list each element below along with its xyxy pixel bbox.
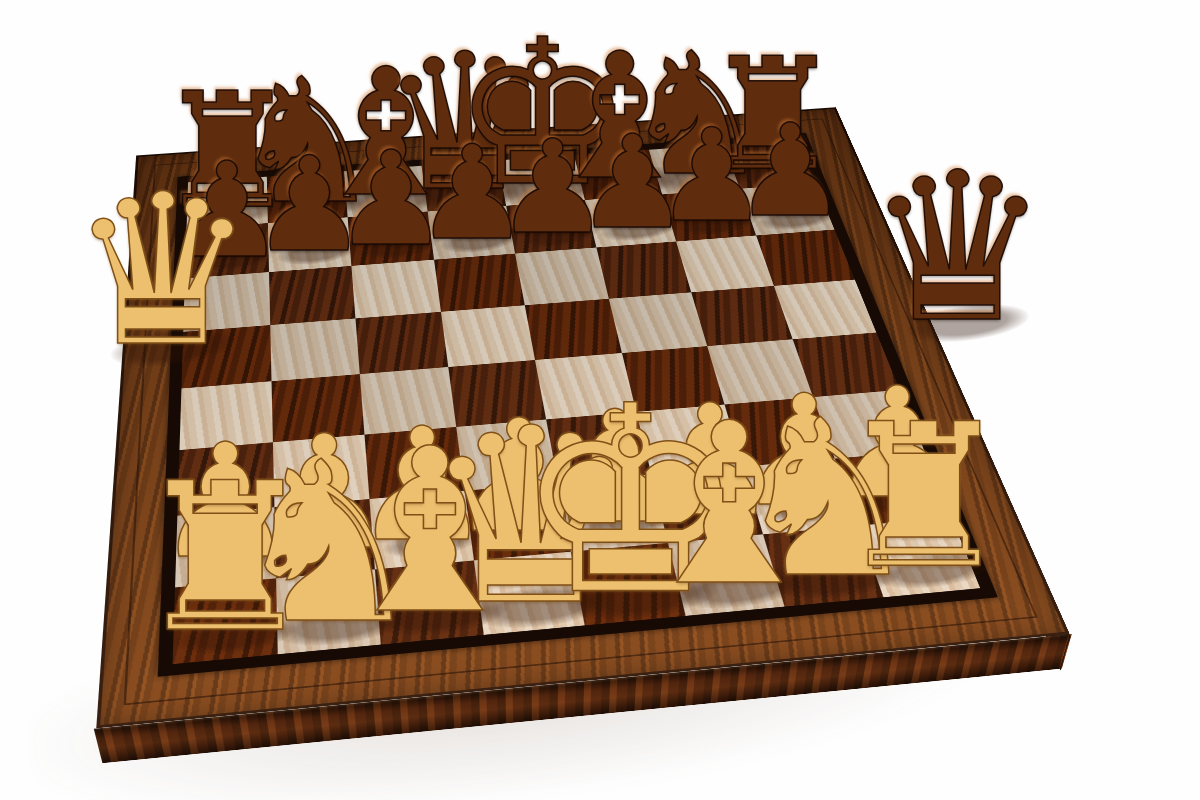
spare-black-queen[interactable]: ♛ <box>865 145 1049 351</box>
pieces-layer: ♜♞♝♛♚♝♞♜♟♟♟♟♟♟♟♟♟♟♟♟♟♟♟♟♜♞♝♛♚♝♞♜♛♛ <box>0 0 1200 800</box>
spare-white-queen[interactable]: ♛ <box>69 167 256 376</box>
piece-white-rook-h1[interactable]: ♜ <box>835 398 1013 596</box>
chess-set-photo-scene: ♜♞♝♛♚♝♞♜♟♟♟♟♟♟♟♟♟♟♟♟♟♟♟♟♜♞♝♛♚♝♞♜♛♛ <box>0 0 1200 800</box>
piece-black-pawn-h7[interactable]: ♟ <box>733 107 848 235</box>
